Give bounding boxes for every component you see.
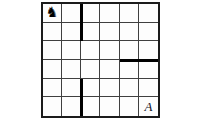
cell-r6c5[interactable] — [120, 97, 139, 116]
cell-r6c1[interactable] — [43, 97, 62, 116]
cell-r1c6[interactable] — [139, 4, 158, 23]
cell-r1c5[interactable] — [120, 4, 139, 23]
cell-r3c3[interactable] — [81, 41, 100, 60]
cell-r5c5[interactable] — [120, 79, 139, 98]
cell-r4c2[interactable] — [62, 60, 81, 79]
cell-r3c6[interactable] — [139, 41, 158, 60]
cell-r5c6[interactable] — [139, 79, 158, 98]
cell-r1c2[interactable] — [62, 4, 81, 23]
wall-segment — [80, 4, 83, 41]
cell-r1c4[interactable] — [100, 4, 119, 23]
cell-r4c4[interactable] — [100, 60, 119, 79]
cell-r4c1[interactable] — [43, 60, 62, 79]
cell-r5c3[interactable] — [81, 79, 100, 98]
cell-r2c6[interactable] — [139, 23, 158, 42]
knight-maze-board: ♞A — [41, 2, 160, 118]
cell-r3c5[interactable] — [120, 41, 139, 60]
cell-r6c3[interactable] — [81, 97, 100, 116]
cell-r2c2[interactable] — [62, 23, 81, 42]
cell-r5c1[interactable] — [43, 79, 62, 98]
cell-r2c5[interactable] — [120, 23, 139, 42]
cell-r2c1[interactable] — [43, 23, 62, 42]
cell-r1c3[interactable] — [81, 4, 100, 23]
cell-r5c4[interactable] — [100, 79, 119, 98]
cell-r3c1[interactable] — [43, 41, 62, 60]
cell-r2c3[interactable] — [81, 23, 100, 42]
cell-r4c5[interactable] — [120, 60, 139, 79]
cell-r2c4[interactable] — [100, 23, 119, 42]
cell-r6c2[interactable] — [62, 97, 81, 116]
cell-r1c1[interactable]: ♞ — [43, 4, 62, 23]
wall-segment — [80, 79, 83, 116]
cell-r6c6[interactable]: A — [139, 97, 158, 116]
cell-r5c2[interactable] — [62, 79, 81, 98]
page-background: ♞A — [0, 0, 200, 120]
cell-r4c6[interactable] — [139, 60, 158, 79]
cell-r3c2[interactable] — [62, 41, 81, 60]
knight-icon[interactable]: ♞ — [46, 5, 59, 19]
target-label: A — [144, 100, 152, 113]
wall-segment — [120, 59, 158, 62]
cell-r3c4[interactable] — [100, 41, 119, 60]
cell-r6c4[interactable] — [100, 97, 119, 116]
cell-r4c3[interactable] — [81, 60, 100, 79]
